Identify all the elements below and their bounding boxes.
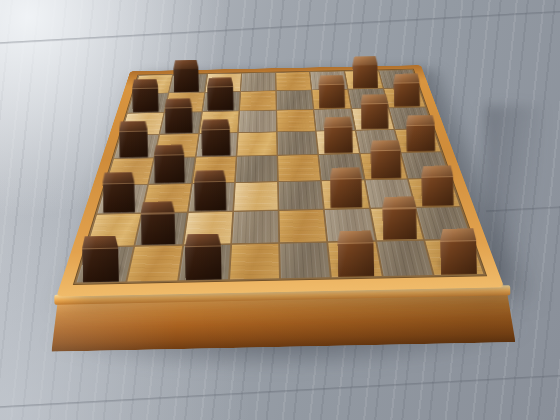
light-cube-f3 bbox=[330, 167, 363, 209]
square-b1 bbox=[128, 245, 182, 281]
dark-cube-c1 bbox=[184, 233, 221, 280]
square-g1 bbox=[377, 240, 433, 276]
board-frame bbox=[56, 65, 504, 296]
square-c5 bbox=[196, 133, 237, 157]
square-g2 bbox=[371, 208, 423, 240]
light-cube-h1 bbox=[440, 228, 477, 275]
square-g8 bbox=[345, 71, 383, 89]
light-cube-g2 bbox=[382, 196, 417, 240]
square-d2 bbox=[232, 211, 278, 243]
square-g4 bbox=[360, 153, 406, 179]
square-e5 bbox=[278, 131, 318, 154]
square-e6 bbox=[277, 110, 315, 131]
square-d8 bbox=[241, 73, 275, 91]
dark-cube-b4 bbox=[154, 144, 185, 183]
square-e2 bbox=[279, 210, 326, 242]
square-d3 bbox=[234, 182, 278, 211]
light-cube-f7 bbox=[318, 75, 345, 109]
light-cube-g6 bbox=[360, 94, 388, 130]
dark-cube-a1 bbox=[82, 236, 119, 283]
square-b8 bbox=[170, 74, 207, 92]
floor bbox=[0, 0, 560, 420]
square-g6 bbox=[352, 108, 393, 129]
square-f3 bbox=[322, 180, 369, 209]
square-e7 bbox=[277, 90, 313, 110]
square-e3 bbox=[279, 181, 323, 210]
square-d7 bbox=[240, 91, 276, 111]
square-a1 bbox=[77, 246, 134, 282]
square-e4 bbox=[278, 155, 320, 181]
square-b4 bbox=[149, 158, 194, 184]
square-a3 bbox=[97, 185, 147, 214]
light-cube-h3 bbox=[421, 165, 454, 207]
light-cube-h7 bbox=[393, 73, 420, 107]
square-b2 bbox=[136, 213, 187, 245]
light-cube-h5 bbox=[406, 115, 436, 152]
square-d1 bbox=[230, 243, 279, 279]
square-f5 bbox=[317, 130, 359, 153]
square-d5 bbox=[237, 132, 276, 155]
board-grid bbox=[73, 69, 487, 285]
square-h1 bbox=[425, 239, 484, 275]
square-c3 bbox=[188, 183, 233, 212]
board-scene bbox=[0, 0, 560, 420]
square-b6 bbox=[160, 112, 201, 133]
light-cube-f5 bbox=[324, 116, 354, 153]
dark-cube-b2 bbox=[141, 201, 176, 245]
square-h7 bbox=[384, 88, 425, 107]
square-e1 bbox=[280, 242, 330, 278]
square-d4 bbox=[236, 156, 277, 182]
dark-cube-a3 bbox=[102, 172, 135, 214]
square-e8 bbox=[276, 72, 311, 90]
dark-cube-b8 bbox=[173, 60, 199, 93]
light-cube-g8 bbox=[352, 56, 378, 89]
square-a7 bbox=[128, 93, 168, 113]
dark-cube-c5 bbox=[201, 119, 231, 156]
square-c1 bbox=[179, 244, 230, 280]
dark-cube-c7 bbox=[207, 77, 234, 111]
square-f7 bbox=[312, 89, 350, 109]
square-h3 bbox=[408, 178, 459, 206]
square-c7 bbox=[203, 92, 240, 112]
light-cube-f1 bbox=[338, 230, 375, 277]
dark-cube-a7 bbox=[132, 79, 159, 113]
dark-cube-c3 bbox=[193, 170, 226, 212]
square-a5 bbox=[114, 135, 159, 159]
dark-cube-b6 bbox=[165, 98, 193, 134]
light-cube-g4 bbox=[370, 139, 401, 178]
square-h5 bbox=[395, 129, 441, 152]
square-d6 bbox=[239, 111, 277, 132]
dark-cube-a5 bbox=[119, 121, 149, 158]
square-f1 bbox=[328, 241, 381, 277]
